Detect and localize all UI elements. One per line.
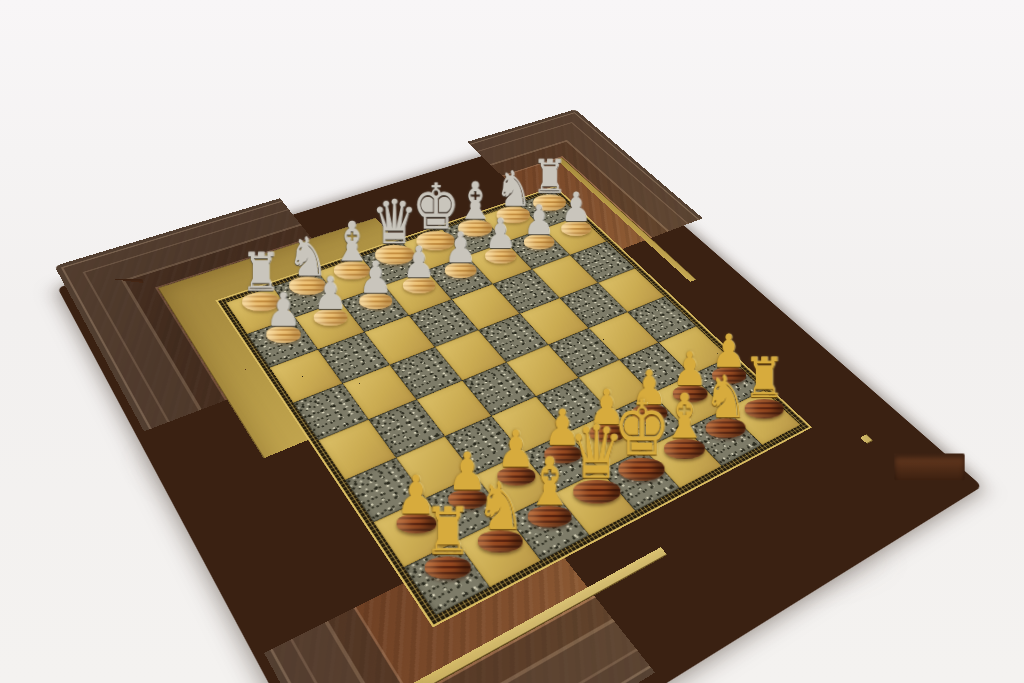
piece-figure: ♜ [394, 504, 503, 579]
brass-margin: ♜♞♝♛♚♝♞♜♟♟♟♟♟♟♟♟♟♟♟♟♟♟♟♟♜♞♝♛♚♝♞♜ [158, 157, 874, 683]
decorative-border: ♜♞♝♛♚♝♞♜♟♟♟♟♟♟♟♟♟♟♟♟♟♟♟♟♜♞♝♛♚♝♞♜ [217, 187, 811, 626]
scene: ♜♞♝♛♚♝♞♜♟♟♟♟♟♟♟♟♟♟♟♟♟♟♟♟♜♞♝♛♚♝♞♜ [0, 0, 1024, 683]
walnut-frame: ♜♞♝♛♚♝♞♜♟♟♟♟♟♟♟♟♟♟♟♟♟♟♟♟♜♞♝♛♚♝♞♜ [54, 109, 991, 683]
silver-pawn-glyph: ♟ [266, 289, 301, 331]
piece-figure: ♟ [238, 289, 329, 343]
pieces-layer: ♜♞♝♛♚♝♞♜♟♟♟♟♟♟♟♟♟♟♟♟♟♟♟♟♜♞♝♛♚♝♞♜ [226, 191, 801, 615]
gold-rook-glyph: ♜ [424, 504, 473, 563]
photo-stage: ♜♞♝♛♚♝♞♜♟♟♟♟♟♟♟♟♟♟♟♟♟♟♟♟♜♞♝♛♚♝♞♜ [0, 0, 1024, 683]
